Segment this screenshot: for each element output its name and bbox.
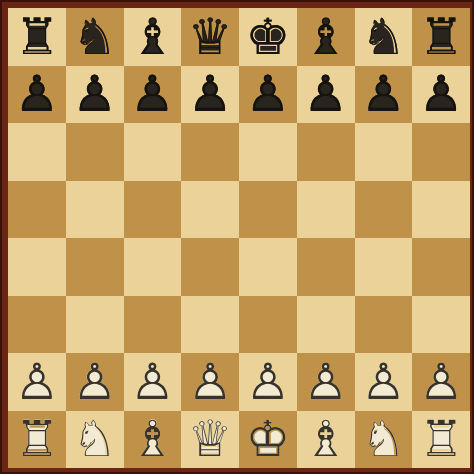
square-c5[interactable] [124,181,182,239]
piece-outline-glyph: ♙ [355,66,413,124]
black-king[interactable]: ♚♔ [239,8,297,66]
square-f8[interactable]: ♝♗ [297,8,355,66]
square-f6[interactable] [297,123,355,181]
white-pawn[interactable]: ♟♙ [8,353,66,411]
white-rook[interactable]: ♜♖ [8,411,66,469]
square-g4[interactable] [355,238,413,296]
black-pawn[interactable]: ♟♙ [181,66,239,124]
square-f1[interactable]: ♝♗ [297,411,355,469]
square-b2[interactable]: ♟♙ [66,353,124,411]
piece-outline-glyph: ♕ [181,411,239,469]
piece-outline-glyph: ♘ [66,8,124,66]
square-d2[interactable]: ♟♙ [181,353,239,411]
square-b6[interactable] [66,123,124,181]
square-e2[interactable]: ♟♙ [239,353,297,411]
square-b5[interactable] [66,181,124,239]
square-c4[interactable] [124,238,182,296]
black-knight[interactable]: ♞♘ [66,8,124,66]
black-pawn[interactable]: ♟♙ [239,66,297,124]
white-pawn[interactable]: ♟♙ [412,353,470,411]
square-h6[interactable] [412,123,470,181]
square-f4[interactable] [297,238,355,296]
square-a7[interactable]: ♟♙ [8,66,66,124]
square-a1[interactable]: ♜♖ [8,411,66,469]
piece-outline-glyph: ♕ [181,8,239,66]
square-d3[interactable] [181,296,239,354]
square-d8[interactable]: ♛♕ [181,8,239,66]
white-bishop[interactable]: ♝♗ [297,411,355,469]
square-g7[interactable]: ♟♙ [355,66,413,124]
square-f2[interactable]: ♟♙ [297,353,355,411]
piece-outline-glyph: ♙ [412,353,470,411]
square-g5[interactable] [355,181,413,239]
piece-outline-glyph: ♗ [297,8,355,66]
square-b1[interactable]: ♞♘ [66,411,124,469]
square-c3[interactable] [124,296,182,354]
black-pawn[interactable]: ♟♙ [66,66,124,124]
square-h2[interactable]: ♟♙ [412,353,470,411]
white-king[interactable]: ♚♔ [239,411,297,469]
square-b4[interactable] [66,238,124,296]
piece-outline-glyph: ♗ [124,8,182,66]
square-g3[interactable] [355,296,413,354]
piece-outline-glyph: ♙ [124,353,182,411]
square-e3[interactable] [239,296,297,354]
square-h3[interactable] [412,296,470,354]
piece-outline-glyph: ♙ [66,66,124,124]
square-e1[interactable]: ♚♔ [239,411,297,469]
square-a5[interactable] [8,181,66,239]
piece-outline-glyph: ♙ [181,353,239,411]
piece-outline-glyph: ♙ [124,66,182,124]
piece-outline-glyph: ♔ [239,411,297,469]
white-knight[interactable]: ♞♘ [355,411,413,469]
square-h4[interactable] [412,238,470,296]
chess-board: ♜♖♞♘♝♗♛♕♚♔♝♗♞♘♜♖♟♙♟♙♟♙♟♙♟♙♟♙♟♙♟♙♟♙♟♙♟♙♟♙… [8,8,470,468]
square-f5[interactable] [297,181,355,239]
piece-outline-glyph: ♘ [66,411,124,469]
square-d4[interactable] [181,238,239,296]
piece-outline-glyph: ♖ [412,411,470,469]
square-d6[interactable] [181,123,239,181]
piece-outline-glyph: ♔ [239,8,297,66]
white-pawn[interactable]: ♟♙ [355,353,413,411]
black-rook[interactable]: ♜♖ [8,8,66,66]
square-a3[interactable] [8,296,66,354]
square-a2[interactable]: ♟♙ [8,353,66,411]
black-knight[interactable]: ♞♘ [355,8,413,66]
square-c7[interactable]: ♟♙ [124,66,182,124]
square-d7[interactable]: ♟♙ [181,66,239,124]
black-pawn[interactable]: ♟♙ [8,66,66,124]
white-pawn[interactable]: ♟♙ [297,353,355,411]
square-e7[interactable]: ♟♙ [239,66,297,124]
black-pawn[interactable]: ♟♙ [412,66,470,124]
piece-outline-glyph: ♙ [8,353,66,411]
white-rook[interactable]: ♜♖ [412,411,470,469]
piece-outline-glyph: ♘ [355,8,413,66]
piece-outline-glyph: ♖ [8,411,66,469]
piece-outline-glyph: ♙ [239,353,297,411]
piece-outline-glyph: ♙ [297,66,355,124]
black-bishop[interactable]: ♝♗ [124,8,182,66]
square-e5[interactable] [239,181,297,239]
square-a8[interactable]: ♜♖ [8,8,66,66]
square-h7[interactable]: ♟♙ [412,66,470,124]
white-pawn[interactable]: ♟♙ [124,353,182,411]
white-pawn[interactable]: ♟♙ [239,353,297,411]
square-g2[interactable]: ♟♙ [355,353,413,411]
piece-outline-glyph: ♙ [181,66,239,124]
piece-outline-glyph: ♗ [124,411,182,469]
square-g1[interactable]: ♞♘ [355,411,413,469]
piece-outline-glyph: ♗ [297,411,355,469]
piece-outline-glyph: ♙ [239,66,297,124]
piece-outline-glyph: ♙ [297,353,355,411]
square-b7[interactable]: ♟♙ [66,66,124,124]
square-a4[interactable] [8,238,66,296]
square-c6[interactable] [124,123,182,181]
square-g8[interactable]: ♞♘ [355,8,413,66]
black-pawn[interactable]: ♟♙ [297,66,355,124]
square-h1[interactable]: ♜♖ [412,411,470,469]
square-d5[interactable] [181,181,239,239]
white-bishop[interactable]: ♝♗ [124,411,182,469]
square-b3[interactable] [66,296,124,354]
square-c8[interactable]: ♝♗ [124,8,182,66]
piece-outline-glyph: ♙ [412,66,470,124]
square-f7[interactable]: ♟♙ [297,66,355,124]
square-g6[interactable] [355,123,413,181]
black-pawn[interactable]: ♟♙ [355,66,413,124]
piece-outline-glyph: ♙ [8,66,66,124]
square-a6[interactable] [8,123,66,181]
black-bishop[interactable]: ♝♗ [297,8,355,66]
square-c2[interactable]: ♟♙ [124,353,182,411]
square-f3[interactable] [297,296,355,354]
board-frame: ♜♖♞♘♝♗♛♕♚♔♝♗♞♘♜♖♟♙♟♙♟♙♟♙♟♙♟♙♟♙♟♙♟♙♟♙♟♙♟♙… [0,0,474,474]
square-h8[interactable]: ♜♖ [412,8,470,66]
square-d1[interactable]: ♛♕ [181,411,239,469]
white-pawn[interactable]: ♟♙ [181,353,239,411]
black-rook[interactable]: ♜♖ [412,8,470,66]
square-e6[interactable] [239,123,297,181]
piece-outline-glyph: ♘ [355,411,413,469]
black-queen[interactable]: ♛♕ [181,8,239,66]
piece-outline-glyph: ♖ [412,8,470,66]
white-queen[interactable]: ♛♕ [181,411,239,469]
white-pawn[interactable]: ♟♙ [66,353,124,411]
piece-outline-glyph: ♙ [66,353,124,411]
white-knight[interactable]: ♞♘ [66,411,124,469]
piece-outline-glyph: ♙ [355,353,413,411]
piece-outline-glyph: ♖ [8,8,66,66]
square-e4[interactable] [239,238,297,296]
square-h5[interactable] [412,181,470,239]
black-pawn[interactable]: ♟♙ [124,66,182,124]
square-c1[interactable]: ♝♗ [124,411,182,469]
square-e8[interactable]: ♚♔ [239,8,297,66]
square-b8[interactable]: ♞♘ [66,8,124,66]
